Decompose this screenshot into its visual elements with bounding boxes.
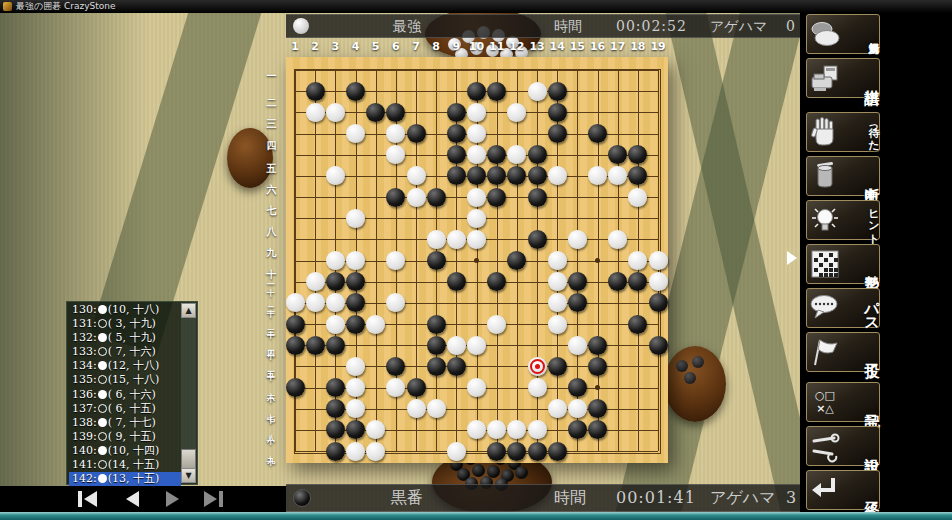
black-stone (447, 272, 466, 291)
black-stone (548, 124, 567, 143)
col-label: 5 (372, 40, 380, 53)
black-move-icon (98, 319, 107, 328)
last-move-icon (219, 491, 223, 507)
white-stone (407, 399, 426, 418)
move-list-scrollbar[interactable]: ▲ ▼ (181, 303, 196, 483)
white-stone (346, 442, 365, 461)
move-list-item[interactable]: 134:(12, 十八) (69, 359, 181, 373)
col-label: 15 (570, 40, 585, 53)
speech-icon (808, 291, 842, 325)
black-stone (507, 442, 526, 461)
white-stone (467, 124, 486, 143)
black-stone (427, 188, 446, 207)
black-stone (306, 336, 325, 355)
col-label: 19 (650, 40, 665, 53)
white-stone (467, 209, 486, 228)
black-stone (649, 293, 668, 312)
move-list-item[interactable]: 135:(15, 十八) (69, 373, 181, 387)
black-stone (692, 356, 704, 368)
black-stone (346, 82, 365, 101)
black-stone (447, 103, 466, 122)
black-stone (326, 378, 345, 397)
white-stone (548, 293, 567, 312)
first-move-icon (78, 491, 82, 507)
scroll-up-icon[interactable]: ▲ (181, 303, 196, 318)
col-label: 9 (453, 40, 461, 53)
col-label: 2 (311, 40, 319, 53)
move-list-item[interactable]: 137:( 6, 十五) (69, 402, 181, 416)
white-stone (346, 124, 365, 143)
white-stone (346, 357, 365, 376)
black-player-bar: 黒番 時間 00:01:41 アゲハマ 3 (286, 484, 802, 512)
sidebar-button-4[interactable]: 中断 (806, 156, 880, 196)
stones-icon (808, 17, 842, 51)
black-stone (286, 378, 305, 397)
move-list-item[interactable]: 132:( 5, 十九) (69, 331, 181, 345)
black-stone (588, 336, 607, 355)
col-label: 6 (392, 40, 400, 53)
scroll-down-icon[interactable]: ▼ (181, 468, 196, 483)
sidebar-button-1[interactable]: 新規対局 (806, 14, 880, 54)
black-stone (548, 442, 567, 461)
white-move-icon (98, 333, 107, 342)
white-stone (447, 336, 466, 355)
sidebar-button-label: 待った (842, 119, 879, 144)
black-stone (487, 188, 506, 207)
white-stone (326, 103, 345, 122)
white-move-icon (98, 305, 107, 314)
col-label: 13 (529, 40, 544, 53)
col-label: 10 (469, 40, 484, 53)
black-time-value: 00:01:41 (616, 485, 696, 511)
move-list-item[interactable]: 141:(14, 十五) (69, 458, 181, 472)
move-list-item[interactable]: 142:(13, 十五) (69, 472, 181, 486)
black-stone (467, 82, 486, 101)
white-stone (306, 293, 325, 312)
col-label: 14 (550, 40, 565, 53)
sidebar-button-11[interactable]: 終了 (806, 470, 880, 510)
white-stone (467, 336, 486, 355)
white-move-icon (98, 446, 107, 455)
white-stone (649, 251, 668, 270)
sidebar-button-10[interactable]: 設定 (806, 426, 880, 466)
col-label: 17 (610, 40, 625, 53)
first-move-icon (84, 491, 97, 507)
black-stone (427, 315, 446, 334)
col-label: 8 (432, 40, 440, 53)
white-stone (467, 188, 486, 207)
sidebar-button-7[interactable]: パス (806, 288, 880, 328)
white-stone (346, 378, 365, 397)
white-stone (548, 272, 567, 291)
col-label: 18 (630, 40, 645, 53)
white-stone (447, 230, 466, 249)
taskbar (0, 512, 952, 520)
white-captures-label: アゲハマ (710, 15, 767, 37)
white-stone (528, 82, 547, 101)
black-stone (528, 442, 547, 461)
black-stone (528, 166, 547, 185)
move-list-item[interactable]: 139:( 9, 十五) (69, 430, 181, 444)
playback-bar (0, 486, 286, 512)
black-stone (326, 272, 345, 291)
black-stone (568, 272, 587, 291)
white-stone (487, 315, 506, 334)
col-label: 16 (590, 40, 605, 53)
col-label: 7 (412, 40, 420, 53)
return-icon (808, 473, 842, 507)
prev-move-icon (126, 491, 139, 507)
black-captures-value: 3 (786, 485, 796, 511)
black-stone (588, 124, 607, 143)
black-stone (286, 336, 305, 355)
white-stone (548, 251, 567, 270)
white-stone (528, 378, 547, 397)
sidebar-button-label: パス (842, 291, 879, 325)
black-stone (447, 124, 466, 143)
white-stone-icon (293, 18, 309, 34)
black-move-icon (98, 460, 107, 469)
move-list-item[interactable]: 130:(10, 十八) (69, 303, 181, 317)
white-move-icon (98, 474, 107, 483)
last-move-marker-dot (535, 364, 540, 369)
white-stone (306, 103, 325, 122)
black-stone (528, 188, 547, 207)
white-stone (306, 272, 325, 291)
go-board[interactable] (286, 57, 668, 463)
white-stone (548, 166, 567, 185)
black-stone (407, 378, 426, 397)
black-player-name: 黒番 (372, 485, 442, 511)
black-stone (528, 230, 547, 249)
black-time-label: 時間 (554, 485, 586, 511)
white-stone (407, 188, 426, 207)
pointer-triangle-icon (787, 251, 797, 265)
black-stone (548, 357, 567, 376)
black-stone (447, 357, 466, 376)
white-stone (346, 209, 365, 228)
white-stone (366, 442, 385, 461)
black-stone (306, 82, 325, 101)
sidebar-button-2[interactable]: 棋譜 (806, 58, 880, 98)
next-move-icon (166, 491, 179, 507)
move-list-item[interactable]: 133:( 7, 十六) (69, 345, 181, 359)
white-move-icon (98, 361, 107, 370)
white-stone (608, 230, 627, 249)
title-bar: 最強の囲碁 CrazyStone (0, 0, 952, 13)
white-stone (467, 103, 486, 122)
sidebar-button-8[interactable]: 投了 (806, 332, 880, 372)
black-stone (427, 357, 446, 376)
black-stone (427, 251, 446, 270)
sidebar-button-label: ヒント (842, 201, 879, 239)
white-time-value: 00:02:52 (616, 15, 687, 37)
app-window: 最強の囲碁 CrazyStone 12345678910111213141516… (0, 0, 952, 520)
move-list-item[interactable]: 138:( 7, 十七) (69, 416, 181, 430)
black-stone (487, 82, 506, 101)
black-stone (472, 464, 485, 477)
grid-icon (808, 247, 842, 281)
white-time-label: 時間 (554, 15, 582, 37)
black-stone (386, 188, 405, 207)
black-stone (676, 360, 688, 372)
black-stone (326, 399, 345, 418)
col-label: 12 (509, 40, 524, 53)
black-move-icon (98, 432, 107, 441)
white-stone (467, 230, 486, 249)
black-stone (649, 336, 668, 355)
black-stone (326, 336, 345, 355)
move-list-item[interactable]: 140:(10, 十四) (69, 444, 181, 458)
hand-icon (808, 115, 842, 149)
bowl-lid (227, 128, 273, 188)
next-move-button[interactable] (158, 488, 192, 510)
black-captures-label: アゲハマ (710, 485, 776, 511)
col-label: 4 (352, 40, 360, 53)
black-stone (447, 145, 466, 164)
white-stone (528, 420, 547, 439)
app-icon (3, 2, 12, 11)
white-stone (407, 166, 426, 185)
white-move-icon (98, 390, 107, 399)
bulb-icon (808, 203, 842, 237)
white-player-bar: 最強 時間 00:02:52 アゲハマ 0 (286, 14, 802, 38)
white-stone (346, 251, 365, 270)
canister-icon (808, 159, 842, 193)
sidebar-button-5[interactable]: ヒント (806, 200, 880, 240)
black-move-icon (98, 347, 107, 356)
white-player-name: 最強 (372, 15, 442, 37)
scrollbar-thumb[interactable] (181, 449, 196, 469)
white-stone (467, 378, 486, 397)
white-stone (548, 315, 567, 334)
star-point (474, 258, 479, 263)
black-stone (407, 124, 426, 143)
move-list-item[interactable]: 131:( 3, 十九) (69, 317, 181, 331)
black-move-icon (98, 375, 107, 384)
white-stone (548, 399, 567, 418)
black-stone (528, 145, 547, 164)
white-stone (649, 272, 668, 291)
tools-icon (808, 429, 842, 463)
white-stone (366, 315, 385, 334)
white-captures-value: 0 (786, 15, 795, 37)
sidebar-button-3[interactable]: 待った (806, 112, 880, 152)
white-stone (568, 230, 587, 249)
black-stone (487, 442, 506, 461)
black-stone (568, 378, 587, 397)
white-stone (427, 399, 446, 418)
col-label: 3 (332, 40, 340, 53)
black-stone (515, 466, 528, 479)
white-stone (427, 230, 446, 249)
black-stone (588, 357, 607, 376)
black-stone (548, 103, 567, 122)
move-list-panel: 130:(10, 十八)131:( 3, 十九)132:( 5, 十九)133:… (66, 301, 198, 485)
white-move-icon (98, 418, 107, 427)
white-stone (286, 293, 305, 312)
sidebar-button-6[interactable]: 形勢 (806, 244, 880, 284)
col-label: 11 (489, 40, 504, 53)
white-stone (568, 336, 587, 355)
move-list: 130:(10, 十八)131:( 3, 十九)132:( 5, 十九)133:… (69, 303, 181, 483)
white-stone (447, 442, 466, 461)
white-stone (628, 188, 647, 207)
first-move-button[interactable] (74, 488, 108, 510)
white-stone (326, 251, 345, 270)
printer-icon (808, 61, 842, 95)
col-label: 1 (291, 40, 299, 53)
marks-icon: ○□×△ (808, 385, 842, 419)
black-stone (628, 315, 647, 334)
black-stone (326, 442, 345, 461)
last-move-button[interactable] (198, 488, 232, 510)
black-stone (346, 315, 365, 334)
command-sidebar: 新規対局棋譜待った中断ヒント形勢パス投了○□×△記号設定終了 (800, 13, 952, 512)
last-move-icon (204, 491, 217, 507)
black-stone (548, 82, 567, 101)
white-stone (568, 399, 587, 418)
flag-icon (808, 335, 842, 369)
black-stone-icon (293, 489, 311, 507)
move-list-item[interactable]: 136:( 6, 十六) (69, 388, 181, 402)
window-title: 最強の囲碁 CrazyStone (16, 1, 116, 11)
black-stone (286, 315, 305, 334)
black-stone (427, 336, 446, 355)
prev-move-button[interactable] (118, 488, 152, 510)
black-stone (684, 372, 696, 384)
white-stone (326, 315, 345, 334)
black-stone (366, 103, 385, 122)
black-move-icon (98, 404, 107, 413)
sidebar-button-9[interactable]: ○□×△記号 (806, 382, 880, 422)
